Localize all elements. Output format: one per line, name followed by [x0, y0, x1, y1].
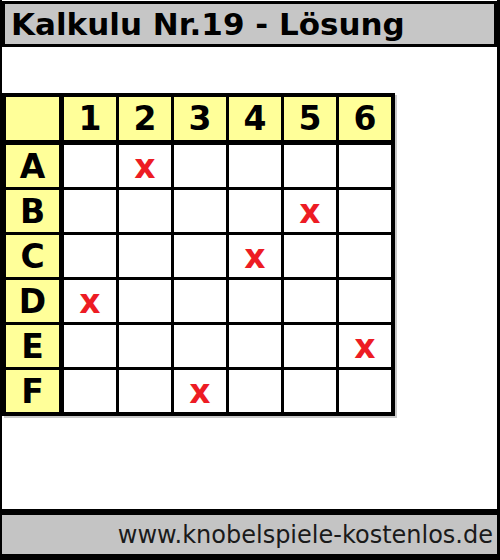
cell-C4: x	[229, 235, 281, 277]
cell-E2	[119, 325, 171, 367]
cell-C6	[339, 235, 391, 277]
cell-D6	[339, 280, 391, 322]
page: Kalkulu Nr.19 - Lösung 123456AxBxCxDxExF…	[0, 0, 500, 560]
puzzle-grid: 123456AxBxCxDxExFx	[2, 93, 395, 416]
row-header-F: F	[6, 370, 61, 412]
col-header-3: 3	[174, 97, 226, 142]
col-header-4: 4	[229, 97, 281, 142]
cell-A2: x	[119, 145, 171, 187]
row-header-E: E	[6, 325, 61, 367]
cell-F2	[119, 370, 171, 412]
col-header-2: 2	[119, 97, 171, 142]
cell-E5	[284, 325, 336, 367]
cell-B4	[229, 190, 281, 232]
row-header-B: B	[6, 190, 61, 232]
page-title: Kalkulu Nr.19 - Lösung	[11, 6, 405, 42]
cell-B1	[64, 190, 116, 232]
col-header-6: 6	[339, 97, 391, 142]
cell-B2	[119, 190, 171, 232]
cell-A6	[339, 145, 391, 187]
row-header-A: A	[6, 145, 61, 187]
cell-D1: x	[64, 280, 116, 322]
cell-A4	[229, 145, 281, 187]
cell-B5: x	[284, 190, 336, 232]
row-header-D: D	[6, 280, 61, 322]
cell-E4	[229, 325, 281, 367]
cell-D5	[284, 280, 336, 322]
cell-A1	[64, 145, 116, 187]
cell-C3	[174, 235, 226, 277]
corner-cell	[6, 97, 61, 142]
cell-F6	[339, 370, 391, 412]
cell-F5	[284, 370, 336, 412]
cell-D2	[119, 280, 171, 322]
col-header-1: 1	[64, 97, 116, 142]
cell-D4	[229, 280, 281, 322]
cell-C2	[119, 235, 171, 277]
cell-B6	[339, 190, 391, 232]
cell-E1	[64, 325, 116, 367]
row-header-C: C	[6, 235, 61, 277]
cell-D3	[174, 280, 226, 322]
cell-B3	[174, 190, 226, 232]
cell-C1	[64, 235, 116, 277]
cell-C5	[284, 235, 336, 277]
cell-E3	[174, 325, 226, 367]
cell-F1	[64, 370, 116, 412]
cell-F4	[229, 370, 281, 412]
cell-A5	[284, 145, 336, 187]
col-header-5: 5	[284, 97, 336, 142]
footer-bar: www.knobelspiele-kostenlos.de	[2, 509, 497, 560]
cell-E6: x	[339, 325, 391, 367]
cell-F3: x	[174, 370, 226, 412]
cell-A3	[174, 145, 226, 187]
title-bar: Kalkulu Nr.19 - Lösung	[2, 1, 497, 47]
footer-url: www.knobelspiele-kostenlos.de	[118, 521, 493, 549]
